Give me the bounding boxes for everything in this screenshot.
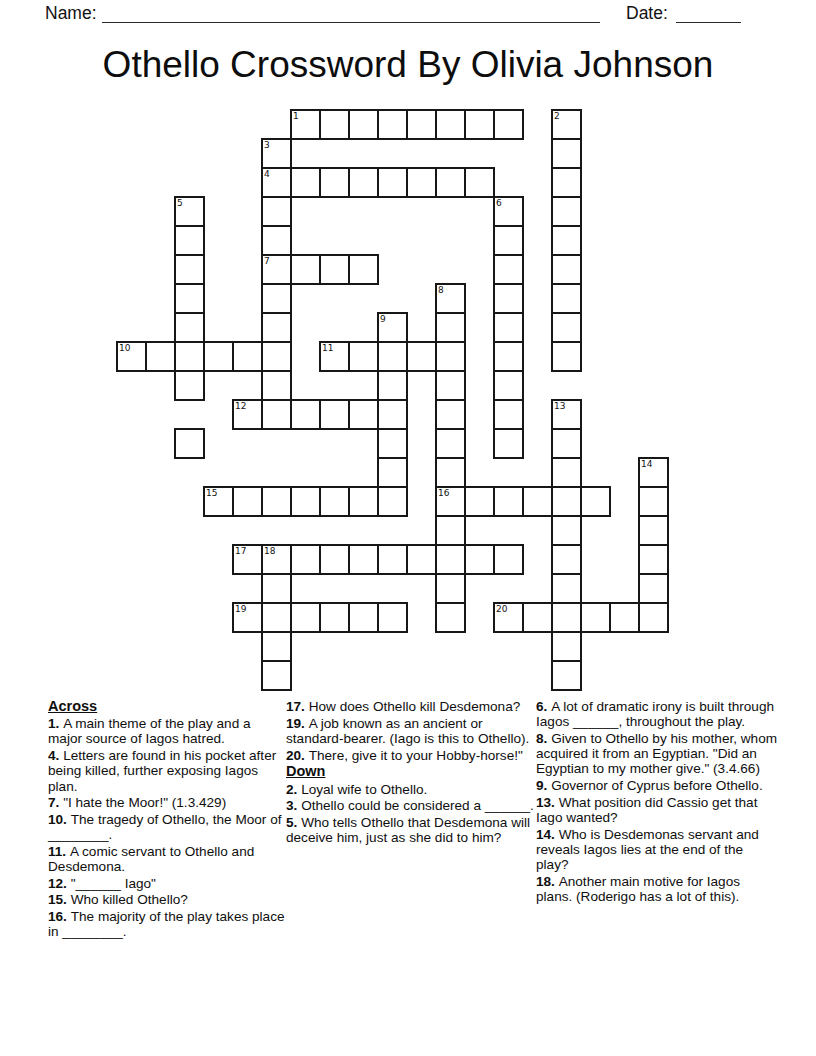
clue-number-3: 3: [264, 140, 270, 150]
clue-number-19: 19: [235, 604, 246, 614]
clue-across-19: 19. A job known as an ancient or standar…: [286, 716, 534, 746]
grid-cell-r15c6[interactable]: [290, 544, 321, 575]
grid-cell-r17c13[interactable]: 20: [493, 602, 524, 633]
grid-cell-r4c2[interactable]: [174, 225, 205, 256]
grid-cell-r3c15[interactable]: [551, 196, 582, 227]
clue-across-17: 17. How does Othello kill Desdemona?: [286, 699, 534, 714]
grid-cell-r17c15[interactable]: [551, 602, 582, 633]
grid-cell-r5c15[interactable]: [551, 254, 582, 285]
clue-across-16: 16. The majority of the play takes place…: [48, 909, 288, 939]
grid-cell-r8c10[interactable]: [406, 341, 437, 372]
clue-number-4: 4: [264, 169, 270, 179]
clue-number-16: 16: [438, 488, 449, 498]
grid-cell-r11c2[interactable]: [174, 428, 205, 459]
clue-across-7: 7. "I hate the Moor!" (1.3.429): [48, 795, 288, 810]
grid-cell-r4c13[interactable]: [493, 225, 524, 256]
clue-number-10: 10: [119, 343, 130, 353]
grid-cell-r13c3[interactable]: 15: [203, 486, 234, 517]
grid-cell-r7c5[interactable]: [261, 312, 292, 343]
grid-cell-r3c13[interactable]: 6: [493, 196, 524, 227]
clue-across-15: 15. Who killed Othello?: [48, 892, 288, 907]
across-header: Across: [48, 699, 288, 714]
grid-cell-r8c1[interactable]: [145, 341, 176, 372]
grid-cell-r6c13[interactable]: [493, 283, 524, 314]
grid-cell-r2c15[interactable]: [551, 167, 582, 198]
grid-cell-r13c14[interactable]: [522, 486, 553, 517]
grid-cell-r16c5[interactable]: [261, 573, 292, 604]
clue-number-18: 18: [264, 546, 275, 556]
grid-cell-r15c18[interactable]: [638, 544, 669, 575]
name-write-line[interactable]: [102, 4, 600, 23]
grid-cell-r9c5[interactable]: [261, 370, 292, 401]
grid-cell-r11c11[interactable]: [435, 428, 466, 459]
clue-number-11: 11: [322, 343, 333, 353]
clue-down-6: 6. A lot of dramatic irony is built thro…: [536, 699, 779, 729]
grid-cell-r11c9[interactable]: [377, 428, 408, 459]
grid-cell-r13c13[interactable]: [493, 486, 524, 517]
grid-cell-r8c13[interactable]: [493, 341, 524, 372]
grid-cell-r2c10[interactable]: [406, 167, 437, 198]
grid-cell-r19c15[interactable]: [551, 660, 582, 691]
clues-column-1: Across1. A main theme of the play and a …: [48, 699, 288, 941]
grid-cell-r2c12[interactable]: [464, 167, 495, 198]
grid-cell-r17c16[interactable]: [580, 602, 611, 633]
grid-cell-r13c16[interactable]: [580, 486, 611, 517]
grid-cell-r8c8[interactable]: [348, 341, 379, 372]
grid-cell-r8c4[interactable]: [232, 341, 263, 372]
grid-cell-r12c15[interactable]: [551, 457, 582, 488]
date-label: Date:: [626, 3, 668, 24]
grid-cell-r13c8[interactable]: [348, 486, 379, 517]
grid-cell-r12c9[interactable]: [377, 457, 408, 488]
grid-cell-r18c15[interactable]: [551, 631, 582, 662]
grid-cell-r15c9[interactable]: [377, 544, 408, 575]
clue-across-20: 20. There, give it to your Hobby-horse!": [286, 748, 534, 763]
page-title: Othello Crossword By Olivia Johnson: [0, 44, 816, 86]
grid-cell-r8c5[interactable]: [261, 341, 292, 372]
clue-number-8: 8: [438, 285, 444, 295]
grid-cell-r6c15[interactable]: [551, 283, 582, 314]
grid-cell-r0c11[interactable]: [435, 109, 466, 140]
clue-down-5: 5. Who tells Othello that Desdemona will…: [286, 815, 534, 845]
grid-cell-r16c11[interactable]: [435, 573, 466, 604]
grid-cell-r15c13[interactable]: [493, 544, 524, 575]
clue-number-15: 15: [206, 488, 217, 498]
grid-cell-r11c15[interactable]: [551, 428, 582, 459]
clue-number-14: 14: [641, 459, 652, 469]
grid-cell-r0c12[interactable]: [464, 109, 495, 140]
clue-across-4: 4. Letters are found in his pocket after…: [48, 748, 288, 794]
clue-number-6: 6: [496, 198, 502, 208]
grid-cell-r12c11[interactable]: [435, 457, 466, 488]
grid-cell-r17c9[interactable]: [377, 602, 408, 633]
grid-cell-r15c4[interactable]: 17: [232, 544, 263, 575]
grid-cell-r4c5[interactable]: [261, 225, 292, 256]
grid-cell-r15c11[interactable]: [435, 544, 466, 575]
grid-cell-r15c10[interactable]: [406, 544, 437, 575]
grid-cell-r12c18[interactable]: 14: [638, 457, 669, 488]
clue-across-10: 10. The tragedy of Othello, the Moor of …: [48, 812, 288, 842]
date-write-line[interactable]: [676, 4, 741, 23]
clue-number-20: 20: [496, 604, 507, 614]
grid-cell-r13c7[interactable]: [319, 486, 350, 517]
grid-cell-r17c4[interactable]: 19: [232, 602, 263, 633]
grid-cell-r10c8[interactable]: [348, 399, 379, 430]
clue-number-1: 1: [293, 111, 299, 121]
grid-cell-r9c2[interactable]: [174, 370, 205, 401]
grid-cell-r10c9[interactable]: [377, 399, 408, 430]
grid-cell-r10c15[interactable]: 13: [551, 399, 582, 430]
grid-cell-r5c7[interactable]: [319, 254, 350, 285]
clue-number-7: 7: [264, 256, 270, 266]
grid-cell-r7c15[interactable]: [551, 312, 582, 343]
grid-cell-r1c15[interactable]: [551, 138, 582, 169]
clue-down-2: 2. Loyal wife to Othello.: [286, 782, 534, 797]
grid-cell-r15c15[interactable]: [551, 544, 582, 575]
clue-down-13: 13. What position did Cassio get that Ia…: [536, 795, 779, 825]
grid-cell-r8c15[interactable]: [551, 341, 582, 372]
grid-cell-r11c13[interactable]: [493, 428, 524, 459]
grid-cell-r7c2[interactable]: [174, 312, 205, 343]
crossword-grid: 1234567891011121314151617181920: [117, 110, 668, 690]
grid-cell-r8c9[interactable]: [377, 341, 408, 372]
grid-cell-r13c18[interactable]: [638, 486, 669, 517]
clue-down-8: 8. Given to Othello by his mother, whom …: [536, 731, 779, 777]
grid-cell-r0c9[interactable]: [377, 109, 408, 140]
grid-cell-r2c5[interactable]: 4: [261, 167, 292, 198]
grid-cell-r15c8[interactable]: [348, 544, 379, 575]
grid-cell-r13c15[interactable]: [551, 486, 582, 517]
grid-cell-r2c7[interactable]: [319, 167, 350, 198]
grid-cell-r8c3[interactable]: [203, 341, 234, 372]
grid-cell-r9c13[interactable]: [493, 370, 524, 401]
grid-cell-r6c5[interactable]: [261, 283, 292, 314]
grid-cell-r1c5[interactable]: 3: [261, 138, 292, 169]
grid-cell-r7c11[interactable]: [435, 312, 466, 343]
grid-cell-r13c6[interactable]: [290, 486, 321, 517]
grid-cell-r13c11[interactable]: 16: [435, 486, 466, 517]
clue-down-14: 14. Who is Desdemonas servant and reveal…: [536, 827, 779, 873]
grid-cell-r5c13[interactable]: [493, 254, 524, 285]
grid-cell-r17c18[interactable]: [638, 602, 669, 633]
clue-across-11: 11. A comic servant to Othello and Desde…: [48, 844, 288, 874]
grid-cell-r4c15[interactable]: [551, 225, 582, 256]
grid-cell-r9c9[interactable]: [377, 370, 408, 401]
grid-cell-r17c7[interactable]: [319, 602, 350, 633]
grid-cell-r17c6[interactable]: [290, 602, 321, 633]
clue-number-17: 17: [235, 546, 246, 556]
grid-cell-r14c11[interactable]: [435, 515, 466, 546]
clues-column-2: 17. How does Othello kill Desdemona?19. …: [286, 699, 534, 847]
grid-cell-r6c2[interactable]: [174, 283, 205, 314]
grid-cell-r5c2[interactable]: [174, 254, 205, 285]
grid-cell-r5c6[interactable]: [290, 254, 321, 285]
worksheet-page: { "game": "crossword", "title": "Othello…: [0, 0, 816, 1056]
grid-cell-r2c11[interactable]: [435, 167, 466, 198]
grid-cell-r9c11[interactable]: [435, 370, 466, 401]
grid-cell-r3c2[interactable]: 5: [174, 196, 205, 227]
grid-cell-r5c5[interactable]: 7: [261, 254, 292, 285]
grid-cell-r17c5[interactable]: [261, 602, 292, 633]
grid-cell-r3c5[interactable]: [261, 196, 292, 227]
clue-down-9: 9. Governor of Cyprus before Othello.: [536, 778, 779, 793]
clue-down-3: 3. Othello could be considered a ______.: [286, 798, 534, 813]
clue-number-2: 2: [554, 111, 560, 121]
grid-cell-r0c8[interactable]: [348, 109, 379, 140]
grid-cell-r7c13[interactable]: [493, 312, 524, 343]
clue-across-1: 1. A main theme of the play and a major …: [48, 716, 288, 746]
name-label: Name:: [45, 3, 97, 24]
grid-cell-r13c12[interactable]: [464, 486, 495, 517]
grid-cell-r2c8[interactable]: [348, 167, 379, 198]
grid-cell-r15c5[interactable]: 18: [261, 544, 292, 575]
clue-number-12: 12: [235, 401, 246, 411]
grid-cell-r17c14[interactable]: [522, 602, 553, 633]
grid-cell-r10c5[interactable]: [261, 399, 292, 430]
grid-cell-r5c8[interactable]: [348, 254, 379, 285]
grid-cell-r14c15[interactable]: [551, 515, 582, 546]
grid-cell-r18c5[interactable]: [261, 631, 292, 662]
grid-cell-r2c9[interactable]: [377, 167, 408, 198]
grid-cell-r8c11[interactable]: [435, 341, 466, 372]
grid-cell-r6c11[interactable]: 8: [435, 283, 466, 314]
grid-cell-r0c15[interactable]: 2: [551, 109, 582, 140]
grid-cell-r16c18[interactable]: [638, 573, 669, 604]
clue-number-9: 9: [380, 314, 386, 324]
grid-cell-r0c10[interactable]: [406, 109, 437, 140]
grid-cell-r19c5[interactable]: [261, 660, 292, 691]
grid-cell-r16c15[interactable]: [551, 573, 582, 604]
grid-cell-r10c4[interactable]: 12: [232, 399, 263, 430]
grid-cell-r0c7[interactable]: [319, 109, 350, 140]
grid-cell-r10c11[interactable]: [435, 399, 466, 430]
grid-cell-r15c12[interactable]: [464, 544, 495, 575]
grid-cell-r10c7[interactable]: [319, 399, 350, 430]
grid-cell-r17c8[interactable]: [348, 602, 379, 633]
grid-cell-r17c17[interactable]: [609, 602, 640, 633]
clues-column-3: 6. A lot of dramatic irony is built thro…: [536, 699, 779, 906]
clue-number-5: 5: [177, 198, 183, 208]
grid-cell-r2c6[interactable]: [290, 167, 321, 198]
grid-cell-r13c4[interactable]: [232, 486, 263, 517]
grid-cell-r8c2[interactable]: [174, 341, 205, 372]
grid-cell-r13c5[interactable]: [261, 486, 292, 517]
grid-cell-r10c13[interactable]: [493, 399, 524, 430]
down-header: Down: [286, 764, 534, 779]
clue-number-13: 13: [554, 401, 565, 411]
grid-cell-r8c7[interactable]: 11: [319, 341, 350, 372]
clue-across-12: 12. "______ Iago": [48, 876, 288, 891]
grid-cell-r0c6[interactable]: 1: [290, 109, 321, 140]
grid-cell-r15c7[interactable]: [319, 544, 350, 575]
grid-cell-r14c18[interactable]: [638, 515, 669, 546]
grid-cell-r17c11[interactable]: [435, 602, 466, 633]
grid-cell-r10c6[interactable]: [290, 399, 321, 430]
grid-cell-r13c9[interactable]: [377, 486, 408, 517]
grid-cell-r0c13[interactable]: [493, 109, 524, 140]
grid-cell-r7c9[interactable]: 9: [377, 312, 408, 343]
clue-down-18: 18. Another main motive for Iagos plans.…: [536, 874, 779, 904]
grid-cell-r8c0[interactable]: 10: [116, 341, 147, 372]
